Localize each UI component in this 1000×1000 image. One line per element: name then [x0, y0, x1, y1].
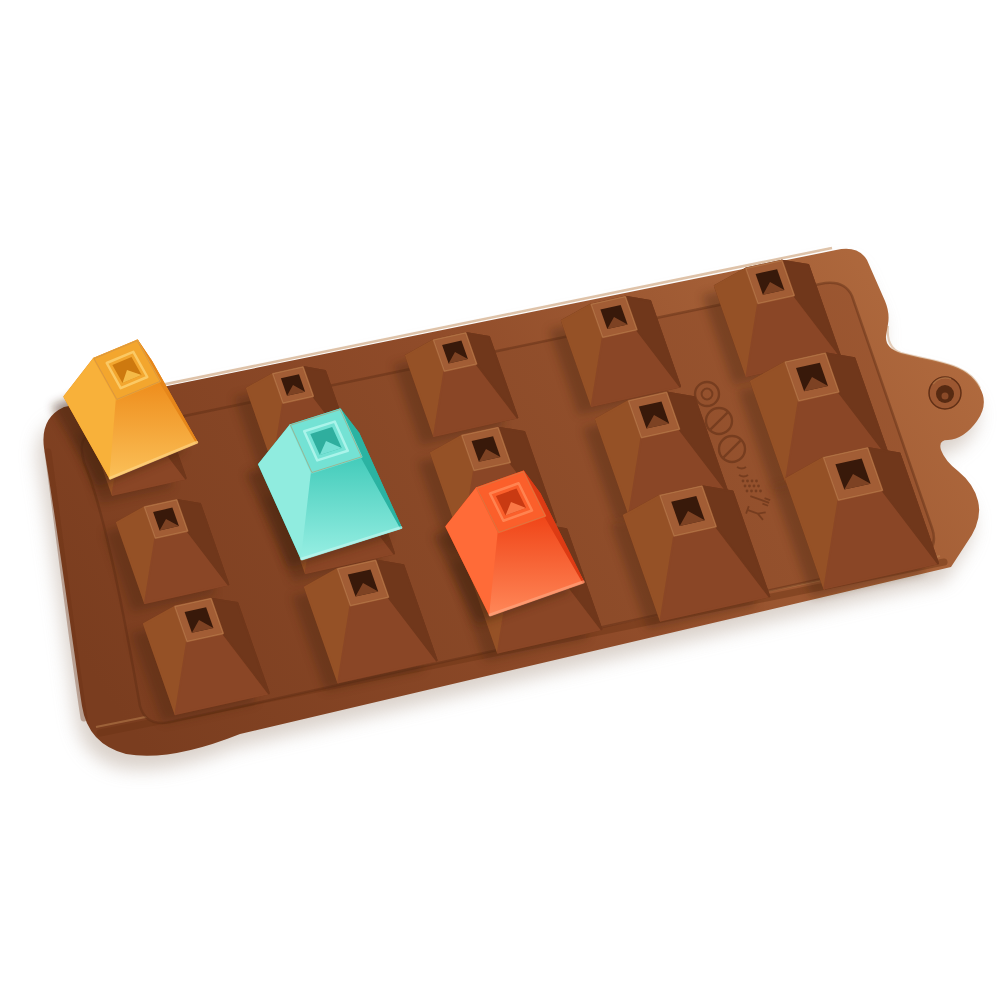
hanging-hole [929, 377, 961, 409]
product-photo [0, 0, 1000, 1000]
chocolate-mold-photo [0, 0, 1000, 1000]
